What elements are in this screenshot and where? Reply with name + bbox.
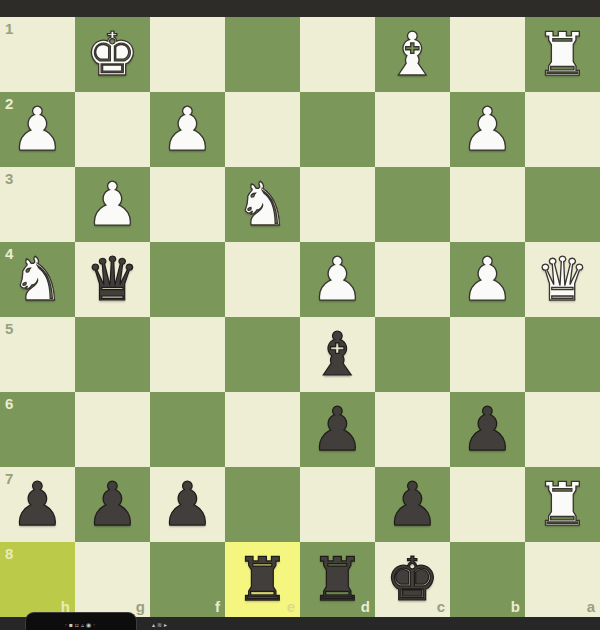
status-icons-left: ·▪▫▵◉· [65,622,97,628]
square-d6[interactable]: ♟ [300,392,375,467]
file-label-f: f [215,598,220,615]
square-b6[interactable]: ♟ [450,392,525,467]
square-f5[interactable] [150,317,225,392]
piece-white-knight[interactable]: ♞ [225,167,300,242]
square-d7[interactable] [300,467,375,542]
piece-black-pawn[interactable]: ♟ [375,467,450,542]
piece-white-knight[interactable]: ♞ [0,242,75,317]
square-d2[interactable] [300,92,375,167]
rank-label-8: 8 [5,545,13,562]
square-d8[interactable]: d♜ [300,542,375,617]
file-label-g: g [136,598,145,615]
square-e2[interactable] [225,92,300,167]
piece-black-rook[interactable]: ♜ [300,542,375,617]
square-b5[interactable] [450,317,525,392]
piece-white-pawn[interactable]: ♟ [300,242,375,317]
square-f1[interactable] [150,17,225,92]
square-h1[interactable]: 1 [0,17,75,92]
square-a1[interactable]: ♜ [525,17,600,92]
square-b8[interactable]: b [450,542,525,617]
rank-label-3: 3 [5,170,13,187]
square-c8[interactable]: c♚ [375,542,450,617]
square-f4[interactable] [150,242,225,317]
square-c6[interactable] [375,392,450,467]
piece-white-pawn[interactable]: ♟ [75,167,150,242]
top-bar [0,0,600,17]
square-e7[interactable] [225,467,300,542]
piece-white-rook[interactable]: ♜ [525,17,600,92]
piece-white-bishop[interactable]: ♝ [375,17,450,92]
piece-white-pawn[interactable]: ♟ [0,92,75,167]
square-b1[interactable] [450,17,525,92]
screen: 1♚♝♜2♟♟♟3♟♞4♞♛♟♟♛5♝6♟♟7♟♟♟♟♜8hgfe♜d♜c♚ba… [0,0,600,630]
square-d1[interactable] [300,17,375,92]
square-h6[interactable]: 6 [0,392,75,467]
square-c3[interactable] [375,167,450,242]
square-h8[interactable]: 8h [0,542,75,617]
square-a8[interactable]: a [525,542,600,617]
file-label-b: b [511,598,520,615]
piece-black-rook[interactable]: ♜ [225,542,300,617]
square-f7[interactable]: ♟ [150,467,225,542]
piece-white-pawn[interactable]: ♟ [150,92,225,167]
square-f6[interactable] [150,392,225,467]
square-e4[interactable] [225,242,300,317]
square-f3[interactable] [150,167,225,242]
square-g7[interactable]: ♟ [75,467,150,542]
square-f8[interactable]: f [150,542,225,617]
square-g8[interactable]: g [75,542,150,617]
piece-white-rook[interactable]: ♜ [525,467,600,542]
piece-white-king[interactable]: ♚ [75,17,150,92]
square-d4[interactable]: ♟ [300,242,375,317]
square-c7[interactable]: ♟ [375,467,450,542]
square-g4[interactable]: ♛ [75,242,150,317]
piece-black-pawn[interactable]: ♟ [0,467,75,542]
square-c1[interactable]: ♝ [375,17,450,92]
square-e6[interactable] [225,392,300,467]
square-g6[interactable] [75,392,150,467]
square-b4[interactable]: ♟ [450,242,525,317]
square-c2[interactable] [375,92,450,167]
square-e8[interactable]: e♜ [225,542,300,617]
square-d5[interactable]: ♝ [300,317,375,392]
status-icons-right: ▴≋▸ [152,622,169,628]
square-a6[interactable] [525,392,600,467]
piece-white-pawn[interactable]: ♟ [450,92,525,167]
square-a4[interactable]: ♛ [525,242,600,317]
rank-label-5: 5 [5,320,13,337]
square-c5[interactable] [375,317,450,392]
piece-black-queen[interactable]: ♛ [75,242,150,317]
square-d3[interactable] [300,167,375,242]
square-c4[interactable] [375,242,450,317]
piece-black-pawn[interactable]: ♟ [450,392,525,467]
file-label-a: a [587,598,595,615]
square-g3[interactable]: ♟ [75,167,150,242]
square-h2[interactable]: 2♟ [0,92,75,167]
square-e5[interactable] [225,317,300,392]
square-a3[interactable] [525,167,600,242]
square-g1[interactable]: ♚ [75,17,150,92]
square-a7[interactable]: ♜ [525,467,600,542]
rank-label-1: 1 [5,20,13,37]
piece-black-pawn[interactable]: ♟ [75,467,150,542]
square-b7[interactable] [450,467,525,542]
piece-black-king[interactable]: ♚ [375,542,450,617]
piece-black-pawn[interactable]: ♟ [150,467,225,542]
piece-white-pawn[interactable]: ♟ [450,242,525,317]
piece-white-queen[interactable]: ♛ [525,242,600,317]
navigation-notch: ·▪▫▵◉· [25,612,137,630]
square-a5[interactable] [525,317,600,392]
square-g2[interactable] [75,92,150,167]
piece-black-bishop[interactable]: ♝ [300,317,375,392]
piece-black-pawn[interactable]: ♟ [300,392,375,467]
square-b2[interactable]: ♟ [450,92,525,167]
square-g5[interactable] [75,317,150,392]
square-h3[interactable]: 3 [0,167,75,242]
square-h4[interactable]: 4♞ [0,242,75,317]
square-f2[interactable]: ♟ [150,92,225,167]
square-e1[interactable] [225,17,300,92]
square-a2[interactable] [525,92,600,167]
square-h5[interactable]: 5 [0,317,75,392]
square-h7[interactable]: 7♟ [0,467,75,542]
chess-board[interactable]: 1♚♝♜2♟♟♟3♟♞4♞♛♟♟♛5♝6♟♟7♟♟♟♟♜8hgfe♜d♜c♚ba [0,17,600,617]
rank-label-6: 6 [5,395,13,412]
square-e3[interactable]: ♞ [225,167,300,242]
square-b3[interactable] [450,167,525,242]
